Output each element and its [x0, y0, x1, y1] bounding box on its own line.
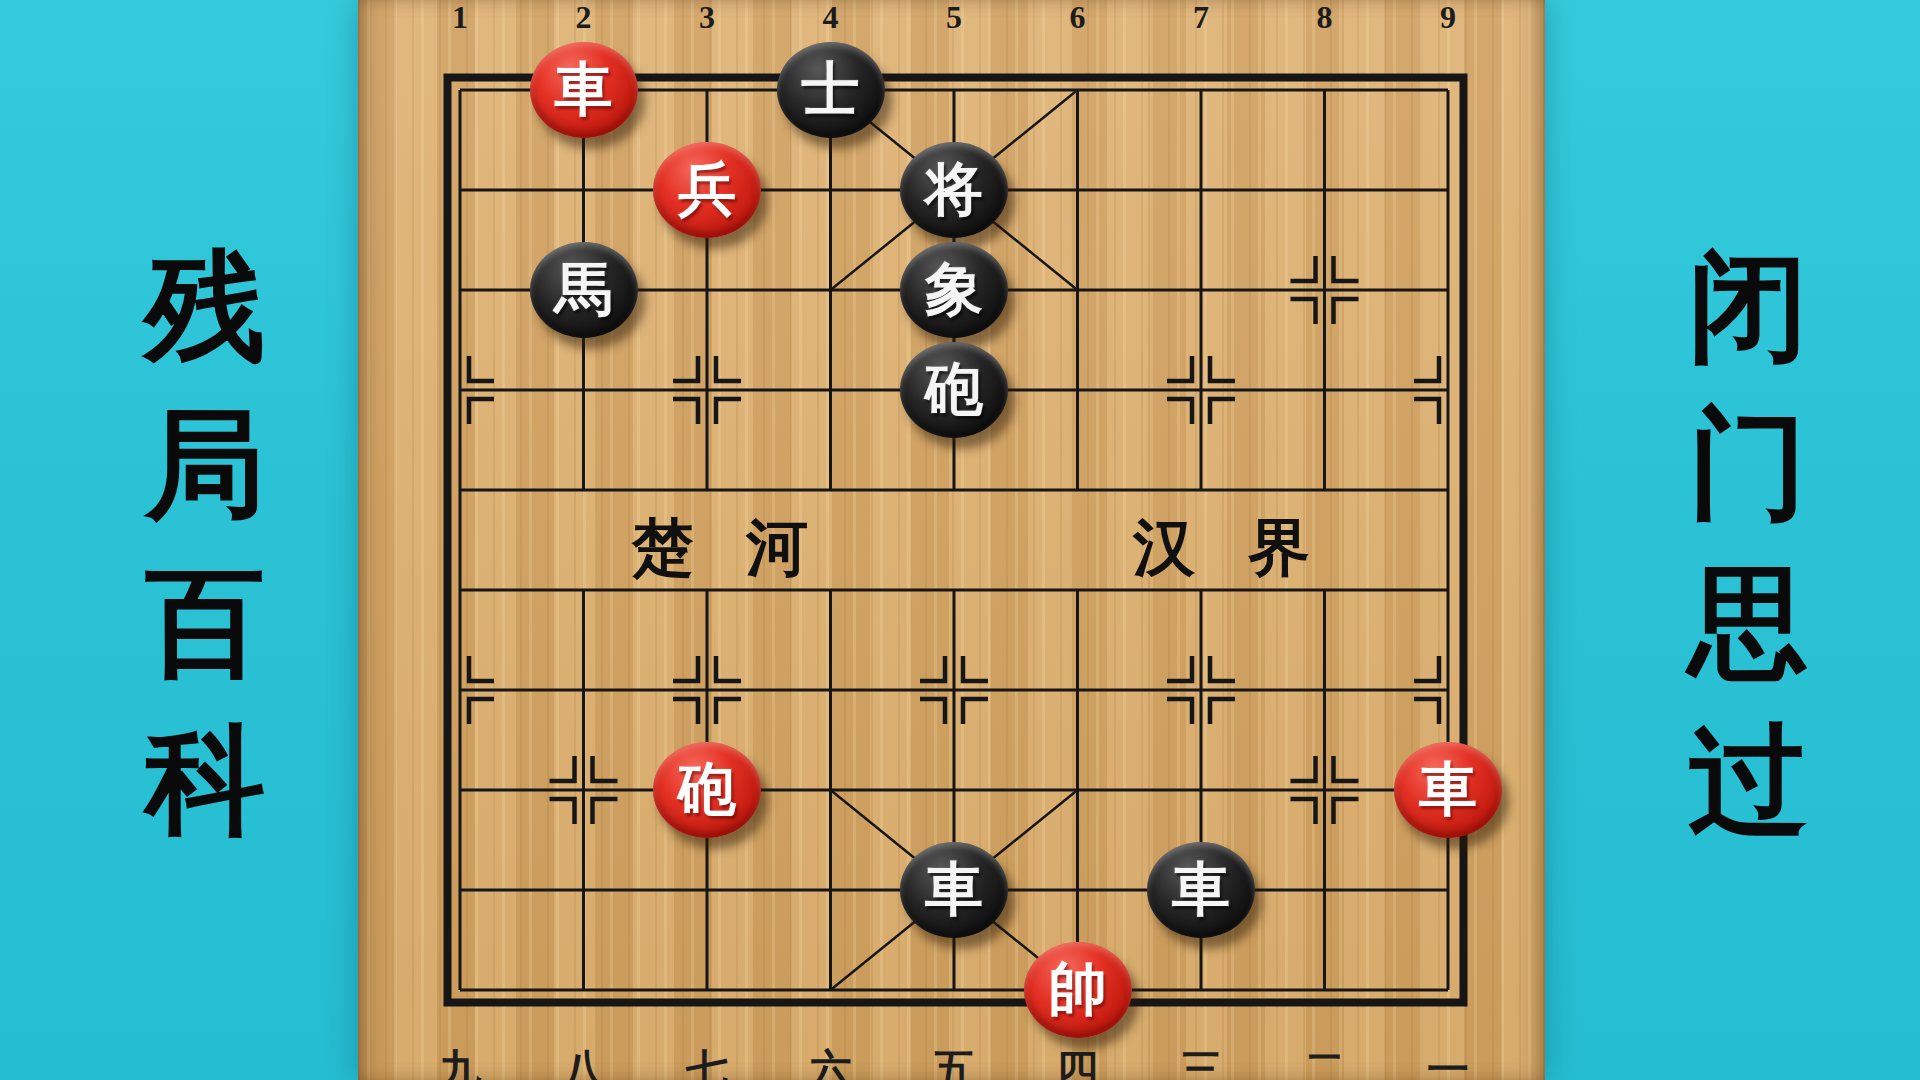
left-banner-char-3: 百	[145, 562, 265, 682]
left-banner-char-1: 残	[145, 246, 265, 366]
file-label-top-5: 5	[946, 0, 962, 36]
black-general[interactable]: 将	[900, 142, 1008, 238]
red-chariot-left[interactable]: 車	[530, 42, 638, 138]
river-char-4: 界	[1248, 506, 1310, 590]
file-label-bottom-3: 七	[686, 1042, 728, 1080]
river-char-2: 河	[746, 506, 808, 590]
right-banner-char-4: 过	[1688, 720, 1808, 840]
black-chariot-left[interactable]: 車	[900, 842, 1008, 938]
file-label-top-1: 1	[452, 0, 468, 36]
file-label-bottom-7: 三	[1180, 1042, 1222, 1080]
file-label-top-8: 8	[1317, 0, 1333, 36]
red-soldier-glyph: 兵	[678, 161, 736, 219]
file-label-bottom-4: 六	[810, 1042, 852, 1080]
file-label-top-9: 9	[1440, 0, 1456, 36]
file-label-top-3: 3	[699, 0, 715, 36]
file-label-bottom-2: 八	[563, 1042, 605, 1080]
red-cannon-glyph: 砲	[678, 761, 736, 819]
red-chariot-right-glyph: 車	[1419, 761, 1477, 819]
file-label-top-2: 2	[576, 0, 592, 36]
red-general[interactable]: 帥	[1024, 942, 1132, 1038]
black-horse-glyph: 馬	[555, 261, 613, 319]
left-banner-char-2: 局	[145, 404, 265, 524]
black-advisor-glyph: 士	[802, 61, 860, 119]
right-banner-char-3: 思	[1688, 562, 1808, 682]
stage: 123456789 九八七六五四三二一 楚河汉界 残局百科 闭门思过 車士兵将馬…	[0, 0, 1920, 1080]
right-banner-char-2: 门	[1688, 404, 1808, 524]
black-elephant[interactable]: 象	[900, 242, 1008, 338]
black-chariot-right-glyph: 車	[1172, 861, 1230, 919]
black-chariot-right[interactable]: 車	[1147, 842, 1255, 938]
red-chariot-right[interactable]: 車	[1394, 742, 1502, 838]
river-char-1: 楚	[632, 506, 694, 590]
red-chariot-left-glyph: 車	[555, 61, 613, 119]
left-banner-char-4: 科	[145, 720, 265, 840]
red-cannon[interactable]: 砲	[653, 742, 761, 838]
black-cannon[interactable]: 砲	[900, 342, 1008, 438]
black-general-glyph: 将	[925, 161, 983, 219]
black-cannon-glyph: 砲	[925, 361, 983, 419]
red-soldier[interactable]: 兵	[653, 142, 761, 238]
file-label-bottom-6: 四	[1057, 1042, 1099, 1080]
river-char-3: 汉	[1133, 506, 1195, 590]
file-label-top-7: 7	[1193, 0, 1209, 36]
file-label-bottom-9: 一	[1427, 1042, 1469, 1080]
black-chariot-left-glyph: 車	[925, 861, 983, 919]
black-horse[interactable]: 馬	[530, 242, 638, 338]
right-banner-char-1: 闭	[1688, 246, 1808, 366]
file-label-top-4: 4	[823, 0, 839, 36]
file-label-bottom-5: 五	[933, 1042, 975, 1080]
file-label-top-6: 6	[1070, 0, 1086, 36]
file-label-bottom-8: 二	[1304, 1042, 1346, 1080]
black-advisor[interactable]: 士	[777, 42, 885, 138]
black-elephant-glyph: 象	[925, 261, 983, 319]
red-general-glyph: 帥	[1049, 961, 1107, 1019]
file-label-bottom-1: 九	[439, 1042, 481, 1080]
